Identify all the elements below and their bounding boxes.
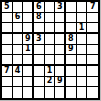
- sudoku-cell-r7c2[interactable]: 4: [13, 66, 24, 77]
- sudoku-cell-r3c2[interactable]: [13, 23, 24, 34]
- sudoku-cell-r1c4[interactable]: 6: [34, 2, 45, 13]
- sudoku-cell-r1c3[interactable]: [23, 2, 34, 13]
- sudoku-board: 56376819381974129: [0, 0, 100, 100]
- sudoku-cell-r3c8[interactable]: 1: [77, 23, 88, 34]
- sudoku-cell-r6c1[interactable]: [2, 55, 13, 66]
- sudoku-cell-r2c8[interactable]: [77, 13, 88, 24]
- sudoku-cell-r8c2[interactable]: [13, 77, 24, 88]
- sudoku-cell-r2c3[interactable]: [23, 13, 34, 24]
- sudoku-cell-r9c6[interactable]: [55, 87, 66, 98]
- sudoku-cell-r6c4[interactable]: [34, 55, 45, 66]
- sudoku-cell-r1c9[interactable]: 7: [87, 2, 98, 13]
- sudoku-cell-r3c9[interactable]: [87, 23, 98, 34]
- sudoku-cell-r8c9[interactable]: [87, 77, 98, 88]
- sudoku-cell-r4c2[interactable]: [13, 34, 24, 45]
- sudoku-cell-r5c2[interactable]: [13, 45, 24, 56]
- sudoku-cell-r6c3[interactable]: [23, 55, 34, 66]
- sudoku-cell-r7c9[interactable]: [87, 66, 98, 77]
- sudoku-cell-r2c5[interactable]: [45, 13, 56, 24]
- sudoku-cell-r4c1[interactable]: [2, 34, 13, 45]
- sudoku-cell-r8c1[interactable]: [2, 77, 13, 88]
- sudoku-cell-r6c8[interactable]: [77, 55, 88, 66]
- sudoku-cell-r8c4[interactable]: [34, 77, 45, 88]
- sudoku-cell-r8c7[interactable]: [66, 77, 77, 88]
- sudoku-cell-r9c7[interactable]: [66, 87, 77, 98]
- sudoku-cell-r7c4[interactable]: [34, 66, 45, 77]
- sudoku-cell-r9c1[interactable]: [2, 87, 13, 98]
- sudoku-cell-r4c9[interactable]: [87, 34, 98, 45]
- sudoku-cell-r6c5[interactable]: [45, 55, 56, 66]
- sudoku-cell-r8c3[interactable]: [23, 77, 34, 88]
- sudoku-cell-r6c7[interactable]: [66, 55, 77, 66]
- sudoku-cell-r7c7[interactable]: [66, 66, 77, 77]
- sudoku-cell-r2c1[interactable]: [2, 13, 13, 24]
- sudoku-cell-r3c4[interactable]: [34, 23, 45, 34]
- sudoku-cell-r5c3[interactable]: 1: [23, 45, 34, 56]
- sudoku-cell-r7c1[interactable]: 7: [2, 66, 13, 77]
- sudoku-cell-r5c4[interactable]: [34, 45, 45, 56]
- sudoku-cell-r4c7[interactable]: 8: [66, 34, 77, 45]
- sudoku-cell-r9c3[interactable]: [23, 87, 34, 98]
- sudoku-cell-r8c6[interactable]: 9: [55, 77, 66, 88]
- sudoku-cell-r3c6[interactable]: [55, 23, 66, 34]
- sudoku-cell-r1c6[interactable]: 3: [55, 2, 66, 13]
- sudoku-cell-r1c7[interactable]: [66, 2, 77, 13]
- sudoku-cell-r4c4[interactable]: 3: [34, 34, 45, 45]
- sudoku-cell-r6c9[interactable]: [87, 55, 98, 66]
- sudoku-cell-r9c4[interactable]: [34, 87, 45, 98]
- sudoku-cell-r2c7[interactable]: [66, 13, 77, 24]
- sudoku-cell-r1c1[interactable]: 5: [2, 2, 13, 13]
- sudoku-cell-r5c6[interactable]: [55, 45, 66, 56]
- sudoku-cell-r9c9[interactable]: [87, 87, 98, 98]
- sudoku-cell-r8c5[interactable]: 2: [45, 77, 56, 88]
- sudoku-cell-r3c7[interactable]: [66, 23, 77, 34]
- sudoku-cell-r5c5[interactable]: [45, 45, 56, 56]
- sudoku-cell-r5c7[interactable]: 9: [66, 45, 77, 56]
- sudoku-cell-r2c9[interactable]: [87, 13, 98, 24]
- sudoku-cell-r3c3[interactable]: [23, 23, 34, 34]
- sudoku-cell-r5c9[interactable]: [87, 45, 98, 56]
- sudoku-cell-r7c3[interactable]: [23, 66, 34, 77]
- sudoku-cell-r9c8[interactable]: [77, 87, 88, 98]
- sudoku-cell-r9c5[interactable]: [45, 87, 56, 98]
- sudoku-cell-r8c8[interactable]: [77, 77, 88, 88]
- sudoku-cell-r3c1[interactable]: [2, 23, 13, 34]
- sudoku-cell-r1c2[interactable]: [13, 2, 24, 13]
- sudoku-cell-r4c8[interactable]: [77, 34, 88, 45]
- sudoku-cell-r4c6[interactable]: [55, 34, 66, 45]
- sudoku-cell-r4c5[interactable]: [45, 34, 56, 45]
- sudoku-cell-r4c3[interactable]: 9: [23, 34, 34, 45]
- sudoku-cell-r6c6[interactable]: [55, 55, 66, 66]
- sudoku-cell-r3c5[interactable]: [45, 23, 56, 34]
- sudoku-cell-r6c2[interactable]: [13, 55, 24, 66]
- sudoku-cell-r7c5[interactable]: 1: [45, 66, 56, 77]
- sudoku-cell-r5c8[interactable]: [77, 45, 88, 56]
- sudoku-cell-r2c2[interactable]: 6: [13, 13, 24, 24]
- sudoku-cell-r1c8[interactable]: [77, 2, 88, 13]
- sudoku-cell-r5c1[interactable]: [2, 45, 13, 56]
- sudoku-cell-r7c6[interactable]: [55, 66, 66, 77]
- sudoku-cell-r7c8[interactable]: [77, 66, 88, 77]
- sudoku-cell-r2c4[interactable]: 8: [34, 13, 45, 24]
- sudoku-cell-r2c6[interactable]: [55, 13, 66, 24]
- sudoku-cell-r9c2[interactable]: [13, 87, 24, 98]
- sudoku-cell-r1c5[interactable]: [45, 2, 56, 13]
